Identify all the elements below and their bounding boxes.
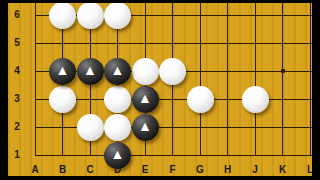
grid-line-row-5 [35, 43, 313, 44]
white-stone-C6[interactable] [77, 3, 104, 29]
row-label-3: 3 [9, 94, 25, 104]
col-label-E: E [137, 165, 153, 175]
col-label-C: C [82, 165, 98, 175]
col-label-L: L [302, 165, 312, 175]
triangle-mark: ▲ [111, 147, 125, 161]
go-board[interactable]: ABCDEFGHJKL123456▲▲▲▲▲▲ [8, 3, 312, 176]
white-stone-C2[interactable] [77, 114, 104, 141]
col-label-J: J [247, 165, 263, 175]
black-stone-C4[interactable]: ▲ [77, 58, 104, 85]
black-stone-D4[interactable]: ▲ [104, 58, 131, 85]
row-label-1: 1 [9, 150, 25, 160]
black-stone-D1[interactable]: ▲ [104, 142, 131, 169]
black-stone-E3[interactable]: ▲ [132, 86, 159, 113]
col-label-K: K [275, 165, 291, 175]
col-label-G: G [192, 165, 208, 175]
col-label-B: B [55, 165, 71, 175]
white-stone-F4[interactable] [159, 58, 186, 85]
col-label-F: F [165, 165, 181, 175]
white-stone-G3[interactable] [187, 86, 214, 113]
col-label-H: H [220, 165, 236, 175]
black-stone-B4[interactable]: ▲ [49, 58, 76, 85]
video-frame: ABCDEFGHJKL123456▲▲▲▲▲▲ [0, 0, 320, 180]
grid-line-col-A [35, 3, 36, 156]
white-stone-B3[interactable] [49, 86, 76, 113]
row-label-2: 2 [9, 122, 25, 132]
white-stone-D6[interactable] [104, 3, 131, 29]
grid-line-col-H [227, 3, 228, 156]
white-stone-D3[interactable] [104, 86, 131, 113]
triangle-mark: ▲ [111, 63, 125, 77]
triangle-mark: ▲ [56, 63, 70, 77]
grid-line-row-3 [35, 99, 313, 100]
grid-line-col-L [310, 3, 311, 156]
col-label-A: A [27, 165, 43, 175]
triangle-mark: ▲ [138, 91, 152, 105]
grid-line-row-1 [35, 155, 313, 156]
white-stone-E4[interactable] [132, 58, 159, 85]
star-point-K4 [281, 69, 285, 73]
grid-line-col-J [255, 3, 256, 156]
row-label-6: 6 [9, 10, 25, 20]
white-stone-J3[interactable] [242, 86, 269, 113]
row-label-5: 5 [9, 38, 25, 48]
white-stone-D2[interactable] [104, 114, 131, 141]
black-stone-E2[interactable]: ▲ [132, 114, 159, 141]
grid-line-col-K [282, 3, 283, 156]
grid-line-col-G [200, 3, 201, 156]
white-stone-B6[interactable] [49, 3, 76, 29]
triangle-mark: ▲ [138, 119, 152, 133]
row-label-4: 4 [9, 66, 25, 76]
triangle-mark: ▲ [83, 63, 97, 77]
